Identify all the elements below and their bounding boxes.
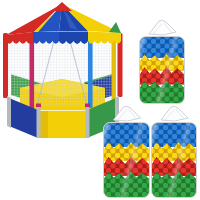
tent-roof: [6, 2, 121, 35]
ball-layer-blue: [140, 37, 184, 58]
corner-post: [37, 107, 41, 138]
ball-bag-1: [139, 18, 185, 104]
pole-blue: [88, 35, 93, 108]
ball-layer-blue: [152, 123, 196, 147]
pole-red-left: [3, 33, 8, 98]
ball-layer-blue: [104, 123, 149, 147]
post-cap: [36, 104, 41, 108]
bag-tie-handle: [139, 18, 185, 36]
bag-of-balls: [103, 122, 150, 198]
product-photo: [0, 0, 200, 200]
roof-panel-green: [109, 22, 121, 33]
post-cap: [85, 104, 90, 108]
bag-of-balls: [151, 122, 197, 198]
bag-of-balls: [139, 36, 185, 104]
bag-tie-handle: [151, 104, 197, 122]
corner-post: [7, 96, 11, 128]
roof-valance: [6, 32, 121, 45]
pole-magenta: [30, 35, 35, 110]
corner-post: [86, 107, 90, 138]
roof-peak-cap: [52, 2, 72, 11]
ball-bag-3: [151, 104, 197, 198]
ball-bag-2: [103, 104, 150, 198]
pole-yellow: [112, 34, 116, 104]
valance-yellow: [88, 32, 121, 44]
bag-tie-handle: [103, 104, 150, 122]
